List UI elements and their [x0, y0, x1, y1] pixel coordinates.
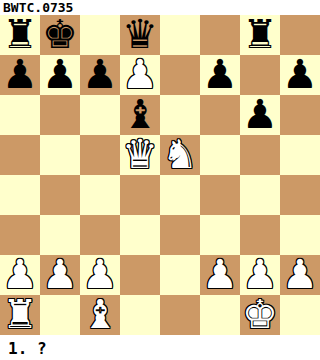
black-pawn-a7[interactable]: ♟: [2, 54, 38, 94]
white-pawn-b2[interactable]: ♟: [42, 254, 78, 294]
square-g8[interactable]: ♜: [240, 15, 280, 55]
square-f4[interactable]: [200, 175, 240, 215]
square-f2[interactable]: ♟: [200, 255, 240, 295]
white-pawn-d7[interactable]: ♟: [122, 54, 158, 94]
square-c6[interactable]: [80, 95, 120, 135]
square-c7[interactable]: ♟: [80, 55, 120, 95]
square-b5[interactable]: [40, 135, 80, 175]
square-e1[interactable]: [160, 295, 200, 335]
square-b2[interactable]: ♟: [40, 255, 80, 295]
white-queen-d5[interactable]: ♛: [122, 134, 158, 174]
square-h4[interactable]: [280, 175, 320, 215]
move-prompt: 1. ?: [0, 335, 320, 360]
square-g1[interactable]: ♚: [240, 295, 280, 335]
square-d6[interactable]: ♝: [120, 95, 160, 135]
square-c5[interactable]: [80, 135, 120, 175]
square-h8[interactable]: [280, 15, 320, 55]
square-h6[interactable]: [280, 95, 320, 135]
square-e5[interactable]: ♞: [160, 135, 200, 175]
square-a1[interactable]: ♜: [0, 295, 40, 335]
square-d1[interactable]: [120, 295, 160, 335]
white-bishop-c1[interactable]: ♝: [82, 294, 118, 334]
square-h5[interactable]: [280, 135, 320, 175]
square-e6[interactable]: [160, 95, 200, 135]
white-king-g1[interactable]: ♚: [242, 294, 278, 334]
square-f8[interactable]: [200, 15, 240, 55]
square-a5[interactable]: [0, 135, 40, 175]
square-d4[interactable]: [120, 175, 160, 215]
square-b6[interactable]: [40, 95, 80, 135]
square-e3[interactable]: [160, 215, 200, 255]
square-e7[interactable]: [160, 55, 200, 95]
square-h3[interactable]: [280, 215, 320, 255]
black-king-b8[interactable]: ♚: [42, 14, 78, 54]
black-pawn-g6[interactable]: ♟: [242, 94, 278, 134]
square-a8[interactable]: ♜: [0, 15, 40, 55]
chess-puzzle-screen: BWTC.0735 ♜♚♛♜♟♟♟♟♟♟♝♟♛♞♟♟♟♟♟♟♜♝♚ 1. ?: [0, 0, 320, 360]
white-rook-a1[interactable]: ♜: [2, 294, 38, 334]
square-b8[interactable]: ♚: [40, 15, 80, 55]
square-c3[interactable]: [80, 215, 120, 255]
square-d7[interactable]: ♟: [120, 55, 160, 95]
square-e8[interactable]: [160, 15, 200, 55]
square-d2[interactable]: [120, 255, 160, 295]
square-h2[interactable]: ♟: [280, 255, 320, 295]
white-pawn-f2[interactable]: ♟: [202, 254, 238, 294]
square-a2[interactable]: ♟: [0, 255, 40, 295]
square-d8[interactable]: ♛: [120, 15, 160, 55]
black-bishop-d6[interactable]: ♝: [122, 94, 158, 134]
square-a4[interactable]: [0, 175, 40, 215]
square-g4[interactable]: [240, 175, 280, 215]
chess-board: ♜♚♛♜♟♟♟♟♟♟♝♟♛♞♟♟♟♟♟♟♜♝♚: [0, 15, 320, 335]
square-b3[interactable]: [40, 215, 80, 255]
black-pawn-f7[interactable]: ♟: [202, 54, 238, 94]
square-f3[interactable]: [200, 215, 240, 255]
square-b4[interactable]: [40, 175, 80, 215]
square-c4[interactable]: [80, 175, 120, 215]
square-a6[interactable]: [0, 95, 40, 135]
black-pawn-b7[interactable]: ♟: [42, 54, 78, 94]
black-rook-g8[interactable]: ♜: [242, 14, 278, 54]
square-c1[interactable]: ♝: [80, 295, 120, 335]
square-a7[interactable]: ♟: [0, 55, 40, 95]
black-rook-a8[interactable]: ♜: [2, 14, 38, 54]
white-pawn-g2[interactable]: ♟: [242, 254, 278, 294]
square-b7[interactable]: ♟: [40, 55, 80, 95]
white-pawn-h2[interactable]: ♟: [282, 254, 318, 294]
black-queen-d8[interactable]: ♛: [122, 14, 158, 54]
square-f7[interactable]: ♟: [200, 55, 240, 95]
square-h1[interactable]: [280, 295, 320, 335]
square-g3[interactable]: [240, 215, 280, 255]
square-a3[interactable]: [0, 215, 40, 255]
square-g5[interactable]: [240, 135, 280, 175]
square-g7[interactable]: [240, 55, 280, 95]
square-e2[interactable]: [160, 255, 200, 295]
square-c8[interactable]: [80, 15, 120, 55]
square-f6[interactable]: [200, 95, 240, 135]
square-d3[interactable]: [120, 215, 160, 255]
square-b1[interactable]: [40, 295, 80, 335]
square-d5[interactable]: ♛: [120, 135, 160, 175]
square-e4[interactable]: [160, 175, 200, 215]
white-pawn-c2[interactable]: ♟: [82, 254, 118, 294]
square-h7[interactable]: ♟: [280, 55, 320, 95]
square-f1[interactable]: [200, 295, 240, 335]
square-g2[interactable]: ♟: [240, 255, 280, 295]
square-c2[interactable]: ♟: [80, 255, 120, 295]
black-pawn-c7[interactable]: ♟: [82, 54, 118, 94]
square-g6[interactable]: ♟: [240, 95, 280, 135]
square-f5[interactable]: [200, 135, 240, 175]
white-knight-e5[interactable]: ♞: [162, 134, 198, 174]
black-pawn-h7[interactable]: ♟: [282, 54, 318, 94]
white-pawn-a2[interactable]: ♟: [2, 254, 38, 294]
